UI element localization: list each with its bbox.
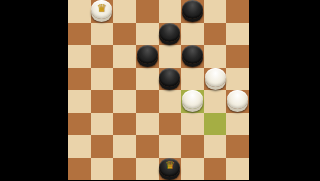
square-r0c4[interactable] xyxy=(159,0,182,23)
crown-icon: ♛ xyxy=(165,160,175,171)
square-r2c4[interactable] xyxy=(159,45,182,68)
game-stage: ♛♛ xyxy=(0,0,320,180)
square-r4c0[interactable] xyxy=(68,90,91,113)
square-r7c1[interactable] xyxy=(91,158,114,181)
checkers-board[interactable]: ♛♛ xyxy=(68,0,249,180)
square-r5c5[interactable] xyxy=(181,113,204,136)
square-r6c0[interactable] xyxy=(68,135,91,158)
square-r7c2[interactable] xyxy=(113,158,136,181)
square-r4c4[interactable] xyxy=(159,90,182,113)
square-r2c7[interactable] xyxy=(226,45,249,68)
square-r3c5[interactable] xyxy=(181,68,204,91)
square-r2c1[interactable] xyxy=(91,45,114,68)
square-r5c1[interactable] xyxy=(91,113,114,136)
square-r7c4[interactable]: ♛ xyxy=(159,158,182,181)
square-r1c2[interactable] xyxy=(113,23,136,46)
square-r7c3[interactable] xyxy=(136,158,159,181)
square-r6c2[interactable] xyxy=(113,135,136,158)
square-r6c5[interactable] xyxy=(181,135,204,158)
square-r5c7[interactable] xyxy=(226,113,249,136)
square-r1c4[interactable] xyxy=(159,23,182,46)
square-r1c1[interactable] xyxy=(91,23,114,46)
square-r1c3[interactable] xyxy=(136,23,159,46)
black-man[interactable] xyxy=(182,45,203,64)
square-r7c0[interactable] xyxy=(68,158,91,181)
letterbox-left xyxy=(0,0,68,180)
square-r7c6[interactable] xyxy=(204,158,227,181)
square-r5c3[interactable] xyxy=(136,113,159,136)
square-r2c3[interactable] xyxy=(136,45,159,68)
white-king[interactable]: ♛ xyxy=(91,0,112,19)
black-king[interactable]: ♛ xyxy=(159,158,180,177)
square-r6c4[interactable] xyxy=(159,135,182,158)
square-r0c1[interactable]: ♛ xyxy=(91,0,114,23)
square-r4c1[interactable] xyxy=(91,90,114,113)
square-r1c7[interactable] xyxy=(226,23,249,46)
white-man[interactable] xyxy=(205,68,226,87)
square-r2c6[interactable] xyxy=(204,45,227,68)
square-r3c1[interactable] xyxy=(91,68,114,91)
square-r4c5[interactable] xyxy=(181,90,204,113)
square-r6c7[interactable] xyxy=(226,135,249,158)
square-r4c6[interactable] xyxy=(204,90,227,113)
square-r3c4[interactable] xyxy=(159,68,182,91)
square-r4c3[interactable] xyxy=(136,90,159,113)
square-r5c4[interactable] xyxy=(159,113,182,136)
square-r5c6[interactable] xyxy=(204,113,227,136)
letterbox-right xyxy=(249,0,320,180)
square-r1c0[interactable] xyxy=(68,23,91,46)
square-r7c7[interactable] xyxy=(226,158,249,181)
square-r4c2[interactable] xyxy=(113,90,136,113)
white-man[interactable] xyxy=(182,90,203,109)
square-r1c5[interactable] xyxy=(181,23,204,46)
square-r0c7[interactable] xyxy=(226,0,249,23)
square-r5c0[interactable] xyxy=(68,113,91,136)
square-r3c2[interactable] xyxy=(113,68,136,91)
square-r0c5[interactable] xyxy=(181,0,204,23)
crown-icon: ♛ xyxy=(97,3,107,14)
square-r6c1[interactable] xyxy=(91,135,114,158)
black-man[interactable] xyxy=(182,0,203,19)
black-man[interactable] xyxy=(159,68,180,87)
square-r2c5[interactable] xyxy=(181,45,204,68)
square-r1c6[interactable] xyxy=(204,23,227,46)
square-r2c2[interactable] xyxy=(113,45,136,68)
square-r2c0[interactable] xyxy=(68,45,91,68)
square-r3c3[interactable] xyxy=(136,68,159,91)
black-man[interactable] xyxy=(159,23,180,42)
square-r0c0[interactable] xyxy=(68,0,91,23)
square-r4c7[interactable] xyxy=(226,90,249,113)
square-r6c3[interactable] xyxy=(136,135,159,158)
square-r7c5[interactable] xyxy=(181,158,204,181)
square-r3c6[interactable] xyxy=(204,68,227,91)
square-r3c0[interactable] xyxy=(68,68,91,91)
square-r3c7[interactable] xyxy=(226,68,249,91)
square-r0c2[interactable] xyxy=(113,0,136,23)
white-man[interactable] xyxy=(227,90,248,109)
square-r0c6[interactable] xyxy=(204,0,227,23)
black-man[interactable] xyxy=(137,45,158,64)
square-r5c2[interactable] xyxy=(113,113,136,136)
square-r6c6[interactable] xyxy=(204,135,227,158)
square-r0c3[interactable] xyxy=(136,0,159,23)
